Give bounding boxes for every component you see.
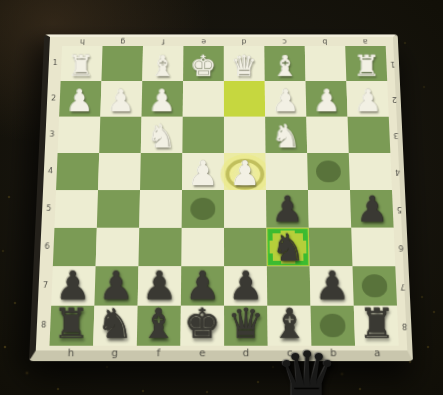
square-e5[interactable] (182, 190, 224, 228)
square-h3[interactable] (58, 117, 101, 153)
rank-label-right-2: 2 (387, 81, 401, 117)
rank-label-right-3: 3 (389, 117, 403, 153)
square-h5[interactable] (54, 190, 98, 228)
square-c5[interactable]: ♟ (266, 190, 309, 228)
square-a8[interactable]: ♜ (354, 306, 399, 346)
file-label-top-a: a (345, 37, 386, 46)
square-f2[interactable]: ♟ (142, 81, 184, 117)
black-knight-c6[interactable]: ♞ (267, 229, 310, 267)
square-h8[interactable]: ♜ (49, 306, 94, 346)
square-e1[interactable]: ♚ (183, 46, 224, 81)
square-a4[interactable] (349, 153, 392, 190)
white-pawn-b2[interactable]: ♟ (306, 86, 347, 117)
black-knight-g8[interactable]: ♞ (93, 304, 137, 345)
square-d1[interactable]: ♛ (224, 46, 265, 81)
rank-label-right-6: 6 (394, 228, 409, 266)
square-d3[interactable] (224, 117, 266, 153)
square-d4[interactable]: ♟ (224, 153, 266, 190)
square-c1[interactable]: ♝ (264, 46, 305, 81)
square-b5[interactable] (308, 190, 351, 228)
file-label-top-d: d (224, 37, 264, 46)
white-pawn-c2[interactable]: ♟ (265, 86, 306, 117)
board-scene: hgfedcba1♜♝♚♛♝♜12♟♟♟♟♟♟23♞♞34♟♟45♟♟56♞67… (37, 8, 405, 374)
white-pawn-d4[interactable]: ♟ (224, 156, 266, 190)
white-queen-d1[interactable]: ♛ (224, 52, 265, 81)
white-pawn-e4[interactable]: ♟ (182, 156, 224, 190)
move-hint-dot-b8[interactable] (319, 314, 346, 338)
black-pawn-b7[interactable]: ♟ (311, 266, 354, 306)
square-a3[interactable] (348, 117, 391, 153)
white-knight-c3[interactable]: ♞ (266, 121, 308, 153)
square-f4[interactable] (140, 153, 182, 190)
square-f6[interactable] (138, 228, 181, 266)
file-label-top-e: e (183, 37, 223, 46)
rank-label-left-5: 5 (41, 190, 56, 228)
file-label-top-f: f (143, 37, 184, 46)
frame-corner (385, 37, 398, 46)
file-label-bottom-g: g (93, 346, 137, 360)
white-rook-h1[interactable]: ♜ (61, 52, 102, 81)
rank-label-right-5: 5 (392, 190, 407, 228)
square-g6[interactable] (96, 228, 140, 266)
square-e4[interactable]: ♟ (182, 153, 224, 190)
black-rook-h8[interactable]: ♜ (49, 304, 93, 345)
square-d5[interactable] (224, 190, 266, 228)
foreground-black-queen-decoration: ♛ (272, 342, 342, 395)
move-hint-dot-a7[interactable] (361, 274, 387, 297)
file-label-bottom-a: a (355, 346, 399, 360)
black-queen-d8[interactable]: ♛ (224, 304, 268, 345)
square-a5[interactable]: ♟ (350, 190, 394, 228)
white-knight-f3[interactable]: ♞ (141, 121, 183, 153)
square-h4[interactable] (56, 153, 99, 190)
dust-specks (0, 0, 2, 2)
file-label-bottom-f: f (137, 346, 181, 360)
rank-label-right-7: 7 (395, 266, 410, 305)
square-c6[interactable]: ♞ (266, 228, 309, 266)
white-pawn-a2[interactable]: ♟ (348, 86, 389, 117)
square-f1[interactable]: ♝ (142, 46, 183, 81)
file-label-bottom-e: e (180, 346, 224, 360)
square-e2[interactable] (183, 81, 224, 117)
file-label-top-b: b (305, 37, 346, 46)
file-label-top-h: h (62, 37, 103, 46)
white-rook-a1[interactable]: ♜ (346, 52, 387, 81)
rank-label-right-8: 8 (397, 306, 412, 346)
rank-label-right-1: 1 (386, 46, 400, 81)
square-c3[interactable]: ♞ (265, 117, 307, 153)
square-g8[interactable]: ♞ (93, 306, 137, 346)
file-label-bottom-d: d (224, 346, 268, 360)
square-h1[interactable]: ♜ (61, 46, 103, 81)
frame-corner (399, 346, 413, 360)
square-h2[interactable]: ♟ (59, 81, 101, 117)
square-b1[interactable] (305, 46, 347, 81)
square-g3[interactable] (99, 117, 141, 153)
black-rook-a8[interactable]: ♜ (355, 304, 399, 345)
square-b6[interactable] (309, 228, 353, 266)
square-a6[interactable] (351, 228, 395, 266)
black-pawn-a5[interactable]: ♟ (351, 192, 393, 228)
file-label-top-c: c (264, 37, 305, 46)
square-c4[interactable] (266, 153, 308, 190)
file-label-bottom-h: h (49, 346, 93, 360)
square-d8[interactable]: ♛ (224, 306, 268, 346)
square-d2[interactable] (224, 81, 265, 117)
rank-label-right-4: 4 (390, 153, 405, 190)
white-pawn-g2[interactable]: ♟ (100, 86, 141, 117)
black-bishop-f8[interactable]: ♝ (137, 304, 181, 345)
move-hint-dot-e5[interactable] (190, 198, 215, 220)
black-pawn-c5[interactable]: ♟ (266, 192, 308, 228)
square-g5[interactable] (97, 190, 140, 228)
square-f8[interactable]: ♝ (137, 306, 181, 346)
file-label-top-g: g (103, 37, 144, 46)
square-b3[interactable] (306, 117, 348, 153)
frame-corner (35, 346, 49, 360)
white-bishop-c1[interactable]: ♝ (265, 52, 306, 81)
square-e8[interactable]: ♚ (180, 306, 224, 346)
white-king-e1[interactable]: ♚ (183, 52, 224, 81)
rank-label-left-3: 3 (45, 117, 59, 153)
chess-board: hgfedcba1♜♝♚♛♝♜12♟♟♟♟♟♟23♞♞34♟♟45♟♟56♞67… (29, 34, 413, 361)
square-f5[interactable] (139, 190, 182, 228)
square-d6[interactable] (224, 228, 267, 266)
square-h6[interactable] (53, 228, 97, 266)
square-g2[interactable]: ♟ (100, 81, 142, 117)
square-g1[interactable] (101, 46, 143, 81)
black-king-e8[interactable]: ♚ (180, 304, 224, 345)
white-bishop-f1[interactable]: ♝ (142, 52, 183, 81)
square-a2[interactable]: ♟ (346, 81, 388, 117)
square-f3[interactable]: ♞ (141, 117, 183, 153)
move-hint-dot-b4[interactable] (316, 160, 341, 182)
square-b4[interactable] (307, 153, 350, 190)
square-g4[interactable] (98, 153, 141, 190)
app-background: hgfedcba1♜♝♚♛♝♜12♟♟♟♟♟♟23♞♞34♟♟45♟♟56♞67… (0, 0, 443, 395)
square-e3[interactable] (182, 117, 224, 153)
square-b7[interactable]: ♟ (310, 266, 354, 305)
white-pawn-f2[interactable]: ♟ (142, 86, 183, 117)
white-pawn-h2[interactable]: ♟ (59, 86, 100, 117)
square-c2[interactable]: ♟ (265, 81, 307, 117)
square-e6[interactable] (181, 228, 224, 266)
frame-corner (50, 37, 63, 46)
square-b2[interactable]: ♟ (306, 81, 348, 117)
square-a1[interactable]: ♜ (345, 46, 387, 81)
